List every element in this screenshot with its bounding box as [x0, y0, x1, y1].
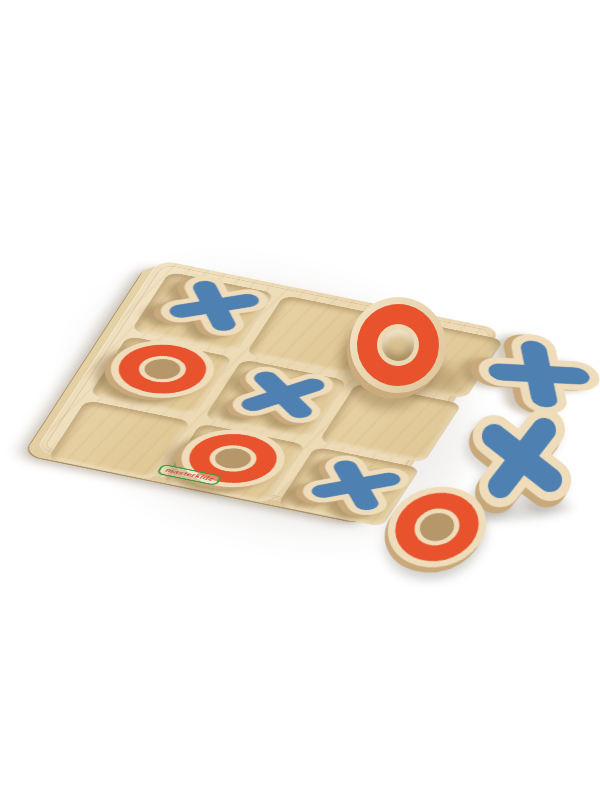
product-photo: masterkidz: [0, 0, 600, 800]
o-piece-standing-on-board[interactable]: [344, 291, 452, 399]
